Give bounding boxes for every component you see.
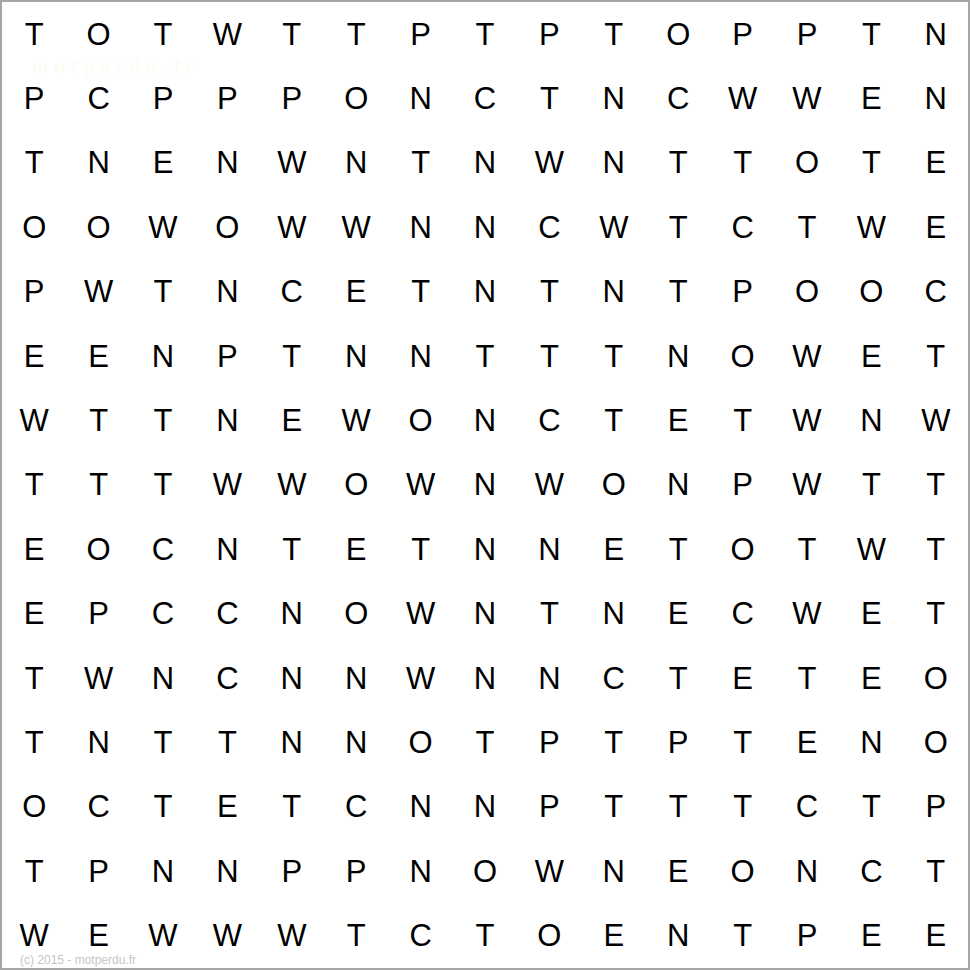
grid-cell[interactable]: T	[710, 131, 774, 195]
grid-cell[interactable]: C	[710, 195, 774, 259]
grid-cell[interactable]: E	[2, 582, 66, 646]
grid-cell[interactable]: O	[324, 582, 388, 646]
grid-cell[interactable]: T	[710, 775, 774, 839]
grid-cell[interactable]: E	[195, 775, 259, 839]
grid-cell[interactable]: P	[324, 839, 388, 903]
grid-cell[interactable]: O	[517, 904, 581, 968]
grid-cell[interactable]: T	[904, 839, 968, 903]
grid-cell[interactable]: P	[66, 839, 130, 903]
grid-cell[interactable]: P	[388, 2, 452, 66]
grid-cell[interactable]: C	[195, 582, 259, 646]
grid-cell[interactable]: P	[131, 66, 195, 130]
grid-cell[interactable]: W	[582, 195, 646, 259]
grid-cell[interactable]: T	[453, 904, 517, 968]
grid-cell[interactable]: O	[582, 453, 646, 517]
grid-cell[interactable]: C	[904, 260, 968, 324]
grid-cell[interactable]: N	[388, 66, 452, 130]
grid-cell[interactable]: N	[260, 710, 324, 774]
grid-cell[interactable]: C	[839, 839, 903, 903]
grid-cell[interactable]: T	[66, 388, 130, 452]
grid-cell[interactable]: T	[131, 710, 195, 774]
grid-cell[interactable]: N	[646, 453, 710, 517]
grid-cell[interactable]: W	[388, 582, 452, 646]
grid-cell[interactable]: N	[453, 646, 517, 710]
grid-cell[interactable]: E	[324, 517, 388, 581]
grid-cell[interactable]: T	[453, 2, 517, 66]
grid-cell[interactable]: O	[904, 646, 968, 710]
grid-cell[interactable]: O	[324, 453, 388, 517]
grid-cell[interactable]: N	[453, 453, 517, 517]
word-search-board: motperdu.fr TOTWTTPTPTOPPTNPCPPPONCTNCWW…	[0, 0, 970, 970]
grid-cell[interactable]: P	[775, 2, 839, 66]
grid-cell[interactable]: T	[195, 710, 259, 774]
grid-cell[interactable]: P	[517, 2, 581, 66]
grid-cell[interactable]: O	[839, 260, 903, 324]
grid-cell[interactable]: N	[839, 710, 903, 774]
grid-cell[interactable]: T	[582, 710, 646, 774]
copyright-text: (c) 2015 - motperdu.fr	[20, 953, 136, 967]
grid-cell[interactable]: T	[131, 775, 195, 839]
grid-cell[interactable]: T	[517, 260, 581, 324]
grid-cell[interactable]: T	[775, 195, 839, 259]
grid-cell[interactable]: W	[195, 904, 259, 968]
grid-cell[interactable]: E	[2, 517, 66, 581]
grid-cell[interactable]: O	[388, 710, 452, 774]
grid-cell[interactable]: E	[324, 260, 388, 324]
grid-cell[interactable]: T	[582, 388, 646, 452]
grid-cell[interactable]: E	[646, 388, 710, 452]
grid-cell[interactable]: W	[260, 904, 324, 968]
grid-cell[interactable]: E	[66, 324, 130, 388]
grid-cell[interactable]: C	[517, 388, 581, 452]
grid-cell[interactable]: T	[646, 517, 710, 581]
grid-cell[interactable]: C	[66, 66, 130, 130]
grid-cell[interactable]: N	[582, 260, 646, 324]
grid-cell[interactable]: O	[710, 517, 774, 581]
grid-cell[interactable]: N	[453, 517, 517, 581]
grid-cell[interactable]: P	[66, 582, 130, 646]
grid-cell[interactable]: T	[517, 324, 581, 388]
grid-cell[interactable]: T	[710, 388, 774, 452]
grid-cell[interactable]: T	[775, 646, 839, 710]
grid-cell[interactable]: W	[195, 453, 259, 517]
grid-cell[interactable]: O	[324, 66, 388, 130]
grid-cell[interactable]: N	[839, 388, 903, 452]
grid-cell[interactable]: W	[324, 195, 388, 259]
grid-cell[interactable]: N	[388, 324, 452, 388]
grid-cell[interactable]: T	[2, 646, 66, 710]
grid-cell[interactable]: W	[839, 195, 903, 259]
grid-cell[interactable]: P	[775, 904, 839, 968]
grid-cell[interactable]: T	[646, 646, 710, 710]
grid-cell[interactable]: W	[260, 195, 324, 259]
grid-cell[interactable]: N	[195, 388, 259, 452]
grid-cell[interactable]: E	[904, 195, 968, 259]
grid-cell[interactable]: P	[710, 2, 774, 66]
grid-cell[interactable]: O	[2, 775, 66, 839]
grid-cell[interactable]: C	[388, 904, 452, 968]
grid-cell[interactable]: E	[839, 582, 903, 646]
grid-cell[interactable]: W	[388, 646, 452, 710]
grid-cell[interactable]: C	[324, 775, 388, 839]
grid-cell[interactable]: C	[260, 260, 324, 324]
grid-cell[interactable]: T	[904, 324, 968, 388]
grid-cell[interactable]: P	[904, 775, 968, 839]
grid-cell[interactable]: T	[260, 324, 324, 388]
grid-cell[interactable]: E	[904, 131, 968, 195]
grid-cell[interactable]: N	[131, 839, 195, 903]
grid-cell[interactable]: N	[260, 582, 324, 646]
grid-cell[interactable]: N	[324, 646, 388, 710]
grid-cell[interactable]: N	[453, 131, 517, 195]
grid-cell[interactable]: N	[131, 324, 195, 388]
grid-cell[interactable]: T	[517, 582, 581, 646]
grid-cell[interactable]: T	[839, 453, 903, 517]
grid-cell[interactable]: T	[260, 2, 324, 66]
grid-cell[interactable]: E	[646, 839, 710, 903]
grid-cell[interactable]: P	[260, 66, 324, 130]
grid-cell[interactable]: O	[66, 517, 130, 581]
grid-cell[interactable]: W	[904, 388, 968, 452]
grid-cell[interactable]: O	[710, 839, 774, 903]
grid-cell[interactable]: N	[388, 195, 452, 259]
grid-cell[interactable]: N	[453, 260, 517, 324]
grid-cell[interactable]: P	[2, 260, 66, 324]
grid-cell[interactable]: N	[324, 131, 388, 195]
grid-cell[interactable]: E	[710, 646, 774, 710]
grid-cell[interactable]: E	[839, 324, 903, 388]
grid-cell[interactable]: P	[710, 453, 774, 517]
word-search-grid[interactable]: TOTWTTPTPTOPPTNPCPPPONCTNCWWENTNENWNTNWN…	[2, 2, 968, 968]
grid-cell[interactable]: T	[710, 904, 774, 968]
grid-cell[interactable]: W	[324, 388, 388, 452]
grid-cell[interactable]: T	[582, 2, 646, 66]
grid-cell[interactable]: E	[839, 646, 903, 710]
grid-cell[interactable]: T	[646, 195, 710, 259]
grid-cell[interactable]: T	[324, 2, 388, 66]
grid-cell[interactable]: N	[453, 775, 517, 839]
grid-cell[interactable]: T	[646, 775, 710, 839]
grid-cell[interactable]: O	[710, 324, 774, 388]
grid-cell[interactable]: T	[839, 775, 903, 839]
grid-cell[interactable]: N	[775, 839, 839, 903]
grid-cell[interactable]: T	[904, 517, 968, 581]
grid-cell[interactable]: E	[260, 388, 324, 452]
grid-cell[interactable]: T	[131, 2, 195, 66]
grid-cell[interactable]: T	[260, 775, 324, 839]
grid-cell[interactable]: O	[195, 195, 259, 259]
grid-cell[interactable]: T	[839, 131, 903, 195]
grid-cell[interactable]: T	[453, 710, 517, 774]
grid-cell[interactable]: P	[195, 324, 259, 388]
grid-cell[interactable]: W	[517, 131, 581, 195]
grid-cell[interactable]: P	[195, 66, 259, 130]
grid-cell[interactable]: T	[2, 839, 66, 903]
grid-cell[interactable]: W	[775, 582, 839, 646]
grid-cell[interactable]: N	[582, 839, 646, 903]
grid-cell[interactable]: W	[66, 646, 130, 710]
grid-cell[interactable]: N	[904, 2, 968, 66]
grid-cell[interactable]: N	[131, 646, 195, 710]
grid-cell[interactable]: N	[582, 66, 646, 130]
grid-cell[interactable]: W	[260, 131, 324, 195]
grid-cell[interactable]: C	[517, 195, 581, 259]
grid-cell[interactable]: T	[582, 775, 646, 839]
grid-cell[interactable]: C	[582, 646, 646, 710]
grid-cell[interactable]: T	[388, 260, 452, 324]
grid-cell[interactable]: N	[388, 775, 452, 839]
grid-cell[interactable]: W	[517, 839, 581, 903]
grid-cell[interactable]: N	[195, 517, 259, 581]
grid-cell[interactable]: N	[388, 839, 452, 903]
grid-cell[interactable]: N	[646, 904, 710, 968]
grid-cell[interactable]: N	[582, 582, 646, 646]
grid-cell[interactable]: E	[775, 710, 839, 774]
grid-cell[interactable]: N	[66, 710, 130, 774]
grid-cell[interactable]: N	[195, 260, 259, 324]
grid-cell[interactable]: C	[66, 775, 130, 839]
grid-cell[interactable]: T	[775, 517, 839, 581]
grid-cell[interactable]: N	[582, 131, 646, 195]
grid-cell[interactable]: O	[66, 2, 130, 66]
grid-cell[interactable]: T	[582, 324, 646, 388]
grid-cell[interactable]: E	[904, 904, 968, 968]
grid-cell[interactable]: W	[195, 2, 259, 66]
grid-cell[interactable]: T	[131, 260, 195, 324]
grid-cell[interactable]: O	[453, 839, 517, 903]
grid-cell[interactable]: N	[324, 710, 388, 774]
grid-cell[interactable]: N	[517, 517, 581, 581]
grid-cell[interactable]: N	[195, 131, 259, 195]
grid-cell[interactable]: C	[710, 582, 774, 646]
grid-cell[interactable]: N	[517, 646, 581, 710]
grid-cell[interactable]: O	[66, 195, 130, 259]
grid-cell[interactable]: W	[775, 388, 839, 452]
grid-cell[interactable]: N	[66, 131, 130, 195]
grid-cell[interactable]: T	[2, 710, 66, 774]
grid-cell[interactable]: T	[131, 388, 195, 452]
grid-cell[interactable]: E	[839, 66, 903, 130]
grid-cell[interactable]: N	[453, 195, 517, 259]
grid-cell[interactable]: T	[66, 453, 130, 517]
grid-cell[interactable]: P	[517, 710, 581, 774]
grid-cell[interactable]: N	[904, 66, 968, 130]
grid-cell[interactable]: E	[582, 904, 646, 968]
grid-cell[interactable]: E	[131, 131, 195, 195]
grid-cell[interactable]: N	[646, 324, 710, 388]
grid-cell[interactable]: W	[839, 517, 903, 581]
grid-cell[interactable]: E	[646, 582, 710, 646]
grid-cell[interactable]: P	[517, 775, 581, 839]
grid-cell[interactable]: T	[2, 453, 66, 517]
grid-cell[interactable]: W	[260, 453, 324, 517]
grid-cell[interactable]: P	[260, 839, 324, 903]
grid-cell[interactable]: T	[388, 517, 452, 581]
grid-cell[interactable]: O	[388, 388, 452, 452]
grid-cell[interactable]: T	[646, 260, 710, 324]
grid-cell[interactable]: T	[324, 904, 388, 968]
grid-cell[interactable]: P	[710, 260, 774, 324]
grid-cell[interactable]: T	[453, 324, 517, 388]
grid-cell[interactable]: O	[646, 2, 710, 66]
grid-cell[interactable]: N	[453, 388, 517, 452]
grid-cell[interactable]: W	[131, 904, 195, 968]
grid-cell[interactable]: T	[131, 453, 195, 517]
grid-cell[interactable]: W	[775, 453, 839, 517]
grid-cell[interactable]: O	[775, 131, 839, 195]
grid-cell[interactable]: W	[131, 195, 195, 259]
grid-cell[interactable]: T	[646, 131, 710, 195]
grid-cell[interactable]: T	[2, 131, 66, 195]
grid-cell[interactable]: N	[260, 646, 324, 710]
grid-cell[interactable]: C	[195, 646, 259, 710]
grid-cell[interactable]: T	[710, 710, 774, 774]
grid-cell[interactable]: T	[517, 66, 581, 130]
grid-cell[interactable]: T	[260, 517, 324, 581]
grid-cell[interactable]: E	[839, 904, 903, 968]
grid-cell[interactable]: P	[2, 66, 66, 130]
grid-cell[interactable]: C	[453, 66, 517, 130]
grid-cell[interactable]: N	[195, 839, 259, 903]
grid-cell[interactable]: C	[131, 582, 195, 646]
grid-cell[interactable]: T	[388, 131, 452, 195]
grid-cell[interactable]: P	[646, 710, 710, 774]
grid-cell[interactable]: C	[646, 66, 710, 130]
grid-cell[interactable]: W	[2, 388, 66, 452]
grid-cell[interactable]: N	[324, 324, 388, 388]
grid-cell[interactable]: O	[2, 195, 66, 259]
grid-cell[interactable]: W	[710, 66, 774, 130]
grid-cell[interactable]: T	[2, 2, 66, 66]
grid-cell[interactable]: E	[2, 324, 66, 388]
grid-cell[interactable]: W	[775, 324, 839, 388]
grid-cell[interactable]: O	[904, 710, 968, 774]
grid-cell[interactable]: T	[839, 2, 903, 66]
grid-cell[interactable]: O	[775, 260, 839, 324]
grid-cell[interactable]: C	[131, 517, 195, 581]
grid-cell[interactable]: N	[453, 582, 517, 646]
grid-cell[interactable]: T	[904, 582, 968, 646]
grid-cell[interactable]: W	[66, 260, 130, 324]
grid-cell[interactable]: W	[517, 453, 581, 517]
grid-cell[interactable]: W	[388, 453, 452, 517]
grid-cell[interactable]: C	[775, 775, 839, 839]
grid-cell[interactable]: E	[582, 517, 646, 581]
grid-cell[interactable]: T	[904, 453, 968, 517]
grid-cell[interactable]: W	[775, 66, 839, 130]
